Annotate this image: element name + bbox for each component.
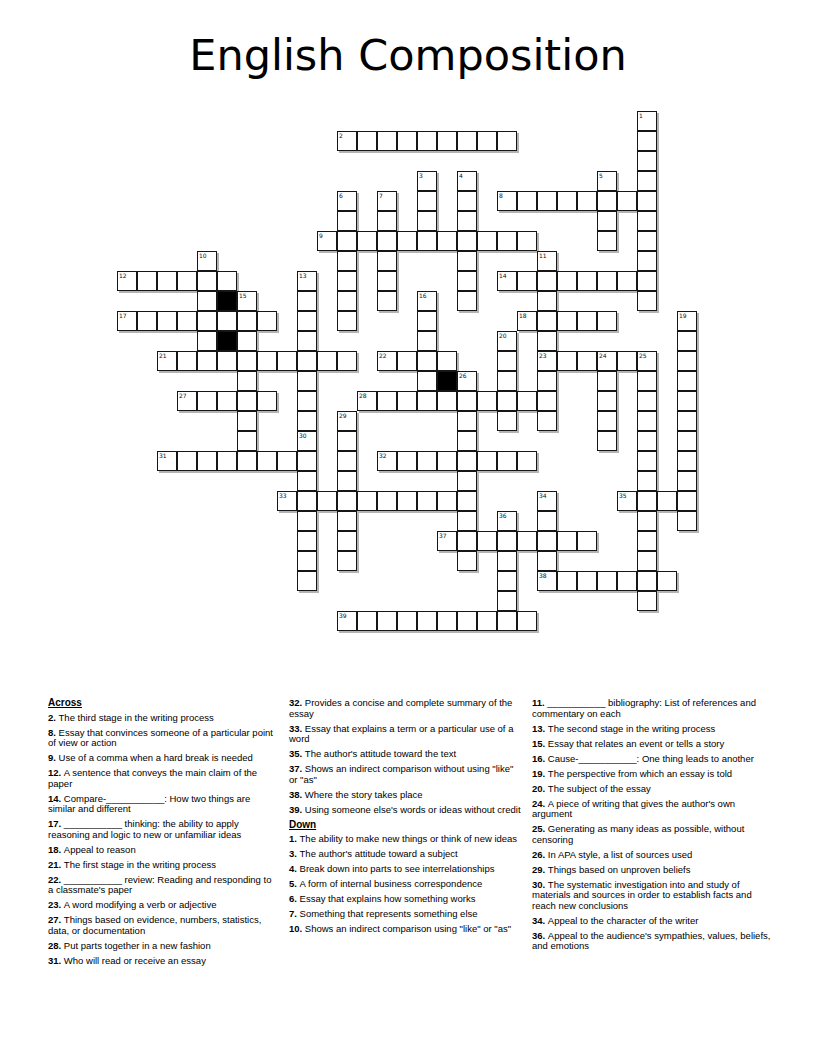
grid-cell[interactable] (337, 511, 357, 531)
grid-cell[interactable] (457, 191, 477, 211)
grid-cell[interactable]: 24 (597, 351, 617, 371)
empty-space (497, 431, 517, 451)
grid-cell[interactable] (597, 371, 617, 391)
grid-cell[interactable] (517, 611, 537, 631)
grid-cell[interactable]: 6 (337, 191, 357, 211)
grid-cell[interactable] (437, 611, 457, 631)
grid-cell[interactable] (497, 131, 517, 151)
grid-cell[interactable] (237, 371, 257, 391)
grid-cell[interactable] (337, 451, 357, 471)
grid-cell[interactable] (177, 271, 197, 291)
grid-cell[interactable] (517, 391, 537, 411)
grid-cell[interactable] (517, 451, 537, 471)
empty-space (137, 551, 157, 571)
grid-cell[interactable] (337, 351, 357, 371)
grid-cell[interactable] (417, 391, 437, 411)
empty-space (217, 251, 237, 271)
grid-cell[interactable] (377, 271, 397, 291)
empty-space (377, 371, 397, 391)
grid-cell[interactable] (637, 211, 657, 231)
grid-cell[interactable] (497, 551, 517, 571)
empty-space (457, 111, 477, 131)
empty-space (617, 471, 637, 491)
empty-space (517, 251, 537, 271)
grid-cell[interactable] (457, 271, 477, 291)
grid-cell[interactable] (237, 451, 257, 471)
grid-cell[interactable] (677, 371, 697, 391)
grid-cell[interactable] (657, 571, 677, 591)
grid-cell[interactable] (157, 311, 177, 331)
grid-cell[interactable] (557, 311, 577, 331)
grid-cell[interactable] (497, 611, 517, 631)
grid-cell[interactable] (237, 391, 257, 411)
clue-number: 32. (289, 697, 305, 708)
grid-cell[interactable] (637, 251, 657, 271)
grid-cell[interactable] (677, 351, 697, 371)
empty-space (597, 331, 617, 351)
grid-cell[interactable] (497, 591, 517, 611)
grid-cell[interactable] (397, 451, 417, 471)
grid-cell[interactable] (337, 471, 357, 491)
grid-cell[interactable]: 5 (597, 171, 617, 191)
grid-cell[interactable] (297, 511, 317, 531)
grid-cell[interactable] (297, 471, 317, 491)
grid-cell[interactable] (237, 351, 257, 371)
grid-cell[interactable]: 39 (337, 611, 357, 631)
grid-cell[interactable] (497, 391, 517, 411)
grid-cell[interactable] (477, 131, 497, 151)
grid-cell[interactable]: 15 (237, 291, 257, 311)
clue-number: 7. (289, 908, 300, 919)
grid-cell[interactable] (377, 491, 397, 511)
empty-space (517, 351, 537, 371)
grid-cell[interactable] (557, 571, 577, 591)
grid-cell[interactable] (417, 131, 437, 151)
grid-cell[interactable] (637, 131, 657, 151)
empty-space (197, 591, 217, 611)
grid-cell[interactable] (637, 231, 657, 251)
grid-cell[interactable] (297, 311, 317, 331)
grid-cell[interactable] (377, 611, 397, 631)
grid-cell[interactable] (417, 371, 437, 391)
grid-cell[interactable] (277, 351, 297, 371)
grid-cell[interactable]: 14 (497, 271, 517, 291)
grid-cell[interactable]: 11 (537, 251, 557, 271)
grid-cell[interactable]: 35 (617, 491, 637, 511)
empty-space (337, 391, 357, 411)
grid-cell[interactable] (197, 451, 217, 471)
grid-cell[interactable]: 33 (277, 491, 297, 511)
grid-cell[interactable] (297, 551, 317, 571)
grid-cell[interactable]: 34 (537, 491, 557, 511)
grid-cell[interactable] (417, 231, 437, 251)
grid-cell[interactable]: 23 (537, 351, 557, 371)
grid-cell[interactable] (337, 491, 357, 511)
grid-cell[interactable] (457, 431, 477, 451)
grid-cell[interactable] (577, 351, 597, 371)
grid-cell[interactable] (637, 391, 657, 411)
grid-cell[interactable] (597, 411, 617, 431)
empty-space (677, 571, 697, 591)
grid-cell[interactable] (377, 131, 397, 151)
grid-cell[interactable]: 8 (497, 191, 517, 211)
grid-cell[interactable] (297, 351, 317, 371)
empty-space (337, 591, 357, 611)
grid-cell[interactable] (597, 231, 617, 251)
grid-cell[interactable] (257, 351, 277, 371)
grid-cell[interactable] (637, 191, 657, 211)
grid-cell[interactable] (537, 531, 557, 551)
grid-cell[interactable] (417, 191, 437, 211)
grid-cell[interactable] (297, 451, 317, 471)
grid-cell[interactable] (457, 471, 477, 491)
grid-cell[interactable] (477, 531, 497, 551)
grid-cell[interactable] (197, 331, 217, 351)
grid-cell[interactable] (357, 231, 377, 251)
grid-cell[interactable]: 16 (417, 291, 437, 311)
grid-cell[interactable] (637, 271, 657, 291)
grid-cell[interactable] (497, 531, 517, 551)
grid-cell[interactable] (617, 271, 637, 291)
grid-cell[interactable] (537, 311, 557, 331)
empty-space (477, 211, 497, 231)
empty-space (597, 151, 617, 171)
grid-cell[interactable] (457, 211, 477, 231)
grid-cell[interactable] (497, 451, 517, 471)
grid-cell[interactable] (337, 311, 357, 331)
grid-cell[interactable] (677, 431, 697, 451)
empty-space (277, 391, 297, 411)
grid-cell[interactable] (197, 271, 217, 291)
grid-cell[interactable] (297, 491, 317, 511)
grid-cell[interactable] (297, 411, 317, 431)
grid-cell[interactable] (217, 451, 237, 471)
grid-cell[interactable]: 4 (457, 171, 477, 191)
grid-cell[interactable] (297, 571, 317, 591)
grid-cell[interactable]: 19 (677, 311, 697, 331)
grid-cell[interactable] (257, 311, 277, 331)
grid-cell[interactable] (537, 271, 557, 291)
grid-cell[interactable]: 25 (637, 351, 657, 371)
empty-space (297, 191, 317, 211)
grid-cell[interactable] (537, 551, 557, 571)
grid-cell[interactable] (537, 371, 557, 391)
grid-cell[interactable] (497, 371, 517, 391)
grid-cell[interactable] (597, 431, 617, 451)
black-cell (437, 371, 457, 391)
grid-cell[interactable] (337, 231, 357, 251)
grid-cell[interactable] (257, 451, 277, 471)
grid-cell[interactable] (377, 211, 397, 231)
grid-cell[interactable] (237, 431, 257, 451)
empty-space (677, 131, 697, 151)
grid-cell[interactable]: 21 (157, 351, 177, 371)
grid-cell[interactable] (417, 211, 437, 231)
empty-space (237, 111, 257, 131)
grid-cell[interactable] (557, 271, 577, 291)
grid-cell[interactable] (417, 491, 437, 511)
grid-cell[interactable]: 28 (357, 391, 377, 411)
grid-cell[interactable] (457, 511, 477, 531)
grid-cell[interactable] (457, 131, 477, 151)
grid-cell[interactable]: 1 (637, 111, 657, 131)
grid-cell[interactable] (537, 291, 557, 311)
grid-cell[interactable] (577, 531, 597, 551)
grid-cell[interactable] (437, 131, 457, 151)
grid-cell[interactable] (337, 551, 357, 571)
grid-cell[interactable] (297, 291, 317, 311)
grid-cell[interactable] (457, 291, 477, 311)
grid-cell[interactable] (637, 411, 657, 431)
grid-cell[interactable] (257, 391, 277, 411)
grid-cell[interactable] (457, 611, 477, 631)
grid-cell[interactable] (517, 231, 537, 251)
grid-cell[interactable] (457, 251, 477, 271)
grid-cell[interactable] (517, 271, 537, 291)
grid-cell[interactable] (637, 511, 657, 531)
grid-cell[interactable] (477, 231, 497, 251)
grid-cell[interactable] (237, 311, 257, 331)
grid-cell[interactable] (557, 531, 577, 551)
empty-space (137, 491, 157, 511)
empty-space (437, 311, 457, 331)
grid-cell[interactable]: 9 (317, 231, 337, 251)
grid-cell[interactable] (537, 411, 557, 431)
grid-cell[interactable] (397, 491, 417, 511)
grid-cell[interactable] (377, 231, 397, 251)
grid-cell[interactable] (197, 291, 217, 311)
grid-cell[interactable]: 7 (377, 191, 397, 211)
grid-cell[interactable] (577, 191, 597, 211)
grid-cell[interactable] (677, 471, 697, 491)
grid-cell[interactable] (277, 451, 297, 471)
empty-space (177, 611, 197, 631)
grid-cell[interactable] (457, 551, 477, 571)
empty-space (137, 591, 157, 611)
grid-cell[interactable] (317, 491, 337, 511)
grid-cell[interactable]: 20 (497, 331, 517, 351)
grid-cell[interactable] (677, 411, 697, 431)
grid-cell[interactable] (197, 391, 217, 411)
grid-cell[interactable]: 3 (417, 171, 437, 191)
empty-space (317, 431, 337, 451)
empty-space (117, 431, 137, 451)
grid-cell[interactable] (457, 451, 477, 471)
empty-space (437, 171, 457, 191)
grid-cell[interactable] (337, 431, 357, 451)
grid-cell[interactable] (437, 391, 457, 411)
grid-cell[interactable] (457, 531, 477, 551)
empty-space (157, 131, 177, 151)
grid-cell[interactable] (417, 331, 437, 351)
grid-cell[interactable] (577, 571, 597, 591)
empty-space (537, 111, 557, 131)
grid-cell[interactable] (537, 391, 557, 411)
grid-cell[interactable] (417, 451, 437, 471)
empty-space (317, 511, 337, 531)
grid-cell[interactable] (237, 331, 257, 351)
grid-cell[interactable] (597, 311, 617, 331)
empty-space (637, 611, 657, 631)
grid-cell[interactable] (677, 331, 697, 351)
grid-cell[interactable] (557, 191, 577, 211)
grid-cell[interactable] (237, 411, 257, 431)
grid-cell[interactable] (297, 391, 317, 411)
grid-cell[interactable] (157, 271, 177, 291)
grid-cell[interactable]: 12 (117, 271, 137, 291)
grid-cell[interactable] (677, 491, 697, 511)
cell-number: 30 (299, 432, 307, 439)
grid-cell[interactable]: 18 (517, 311, 537, 331)
empty-space (317, 291, 337, 311)
grid-cell[interactable] (377, 291, 397, 311)
grid-cell[interactable]: 27 (177, 391, 197, 411)
grid-cell[interactable] (497, 571, 517, 591)
grid-cell[interactable] (637, 371, 657, 391)
grid-cell[interactable] (357, 491, 377, 511)
grid-cell[interactable] (637, 151, 657, 171)
grid-cell[interactable] (457, 391, 477, 411)
grid-cell[interactable] (337, 211, 357, 231)
grid-cell[interactable] (217, 351, 237, 371)
grid-cell[interactable] (197, 351, 217, 371)
grid-cell[interactable] (637, 531, 657, 551)
grid-cell[interactable] (677, 451, 697, 471)
grid-cell[interactable] (457, 411, 477, 431)
grid-cell[interactable] (137, 311, 157, 331)
grid-cell[interactable]: 13 (297, 271, 317, 291)
grid-cell[interactable] (457, 491, 477, 511)
grid-cell[interactable] (577, 311, 597, 331)
grid-cell[interactable] (337, 531, 357, 551)
grid-cell[interactable]: 10 (197, 251, 217, 271)
grid-cell[interactable] (437, 451, 457, 471)
grid-cell[interactable] (577, 271, 597, 291)
grid-cell[interactable] (617, 191, 637, 211)
clue: 21. The first stage in the writing proce… (48, 860, 274, 871)
grid-cell[interactable] (637, 171, 657, 191)
grid-cell[interactable] (417, 351, 437, 371)
grid-cell[interactable] (517, 191, 537, 211)
grid-cell[interactable] (217, 271, 237, 291)
grid-cell[interactable]: 29 (337, 411, 357, 431)
grid-cell[interactable] (177, 311, 197, 331)
empty-space (217, 111, 237, 131)
empty-space (397, 251, 417, 271)
grid-cell[interactable] (497, 351, 517, 371)
grid-cell[interactable]: 31 (157, 451, 177, 471)
empty-space (357, 511, 377, 531)
grid-cell[interactable] (337, 291, 357, 311)
grid-cell[interactable] (637, 291, 657, 311)
grid-cell[interactable] (637, 591, 657, 611)
grid-cell[interactable] (197, 311, 217, 331)
grid-cell[interactable] (397, 351, 417, 371)
grid-cell[interactable] (597, 571, 617, 591)
grid-cell[interactable]: 30 (297, 431, 317, 451)
grid-cell[interactable] (217, 311, 237, 331)
grid-cell[interactable] (537, 191, 557, 211)
grid-cell[interactable] (537, 511, 557, 531)
grid-cell[interactable] (517, 531, 537, 551)
grid-cell[interactable] (377, 251, 397, 271)
grid-cell[interactable] (597, 271, 617, 291)
grid-cell[interactable] (357, 131, 377, 151)
grid-cell[interactable] (417, 611, 437, 631)
grid-cell[interactable] (637, 571, 657, 591)
grid-cell[interactable]: 32 (377, 451, 397, 471)
grid-cell[interactable]: 22 (377, 351, 397, 371)
grid-cell[interactable] (597, 211, 617, 231)
grid-cell[interactable] (637, 491, 657, 511)
grid-cell[interactable] (297, 331, 317, 351)
grid-cell[interactable] (677, 511, 697, 531)
grid-cell[interactable] (317, 351, 337, 371)
grid-cell[interactable] (457, 231, 477, 251)
empty-space (117, 451, 137, 471)
grid-cell[interactable] (377, 391, 397, 411)
grid-cell[interactable]: 37 (437, 531, 457, 551)
grid-cell[interactable] (477, 391, 497, 411)
grid-cell[interactable] (637, 451, 657, 471)
grid-cell[interactable] (537, 331, 557, 351)
empty-space (437, 551, 457, 571)
grid-cell[interactable] (437, 231, 457, 251)
grid-cell[interactable] (557, 351, 577, 371)
grid-cell[interactable] (217, 391, 237, 411)
grid-cell[interactable] (437, 351, 457, 371)
grid-cell[interactable] (597, 191, 617, 211)
grid-cell[interactable] (357, 611, 377, 631)
grid-cell[interactable] (397, 131, 417, 151)
grid-cell[interactable]: 17 (117, 311, 137, 331)
grid-cell[interactable] (397, 231, 417, 251)
grid-cell[interactable] (177, 451, 197, 471)
grid-cell[interactable] (137, 271, 157, 291)
grid-cell[interactable] (637, 551, 657, 571)
grid-cell[interactable] (177, 351, 197, 371)
grid-cell[interactable] (617, 351, 637, 371)
empty-space (217, 591, 237, 611)
grid-cell[interactable]: 2 (337, 131, 357, 151)
grid-cell[interactable] (617, 571, 637, 591)
grid-cell[interactable] (397, 611, 417, 631)
grid-cell[interactable] (677, 391, 697, 411)
grid-cell[interactable] (297, 371, 317, 391)
grid-cell[interactable] (297, 531, 317, 551)
clue: 34. Appeal to the character of the write… (532, 916, 772, 927)
grid-cell[interactable] (417, 311, 437, 331)
grid-cell[interactable] (497, 411, 517, 431)
grid-cell[interactable] (637, 431, 657, 451)
grid-cell[interactable] (337, 271, 357, 291)
grid-cell[interactable] (477, 611, 497, 631)
empty-space (197, 571, 217, 591)
grid-cell[interactable] (637, 471, 657, 491)
grid-cell[interactable] (497, 231, 517, 251)
grid-cell[interactable] (597, 391, 617, 411)
grid-cell[interactable]: 36 (497, 511, 517, 531)
grid-cell[interactable] (397, 391, 417, 411)
grid-cell[interactable]: 38 (537, 571, 557, 591)
grid-cell[interactable] (477, 451, 497, 471)
empty-space (457, 151, 477, 171)
grid-cell[interactable] (437, 491, 457, 511)
grid-cell[interactable] (337, 251, 357, 271)
empty-space (317, 331, 337, 351)
grid-cell[interactable] (657, 491, 677, 511)
grid-cell[interactable]: 26 (457, 371, 477, 391)
